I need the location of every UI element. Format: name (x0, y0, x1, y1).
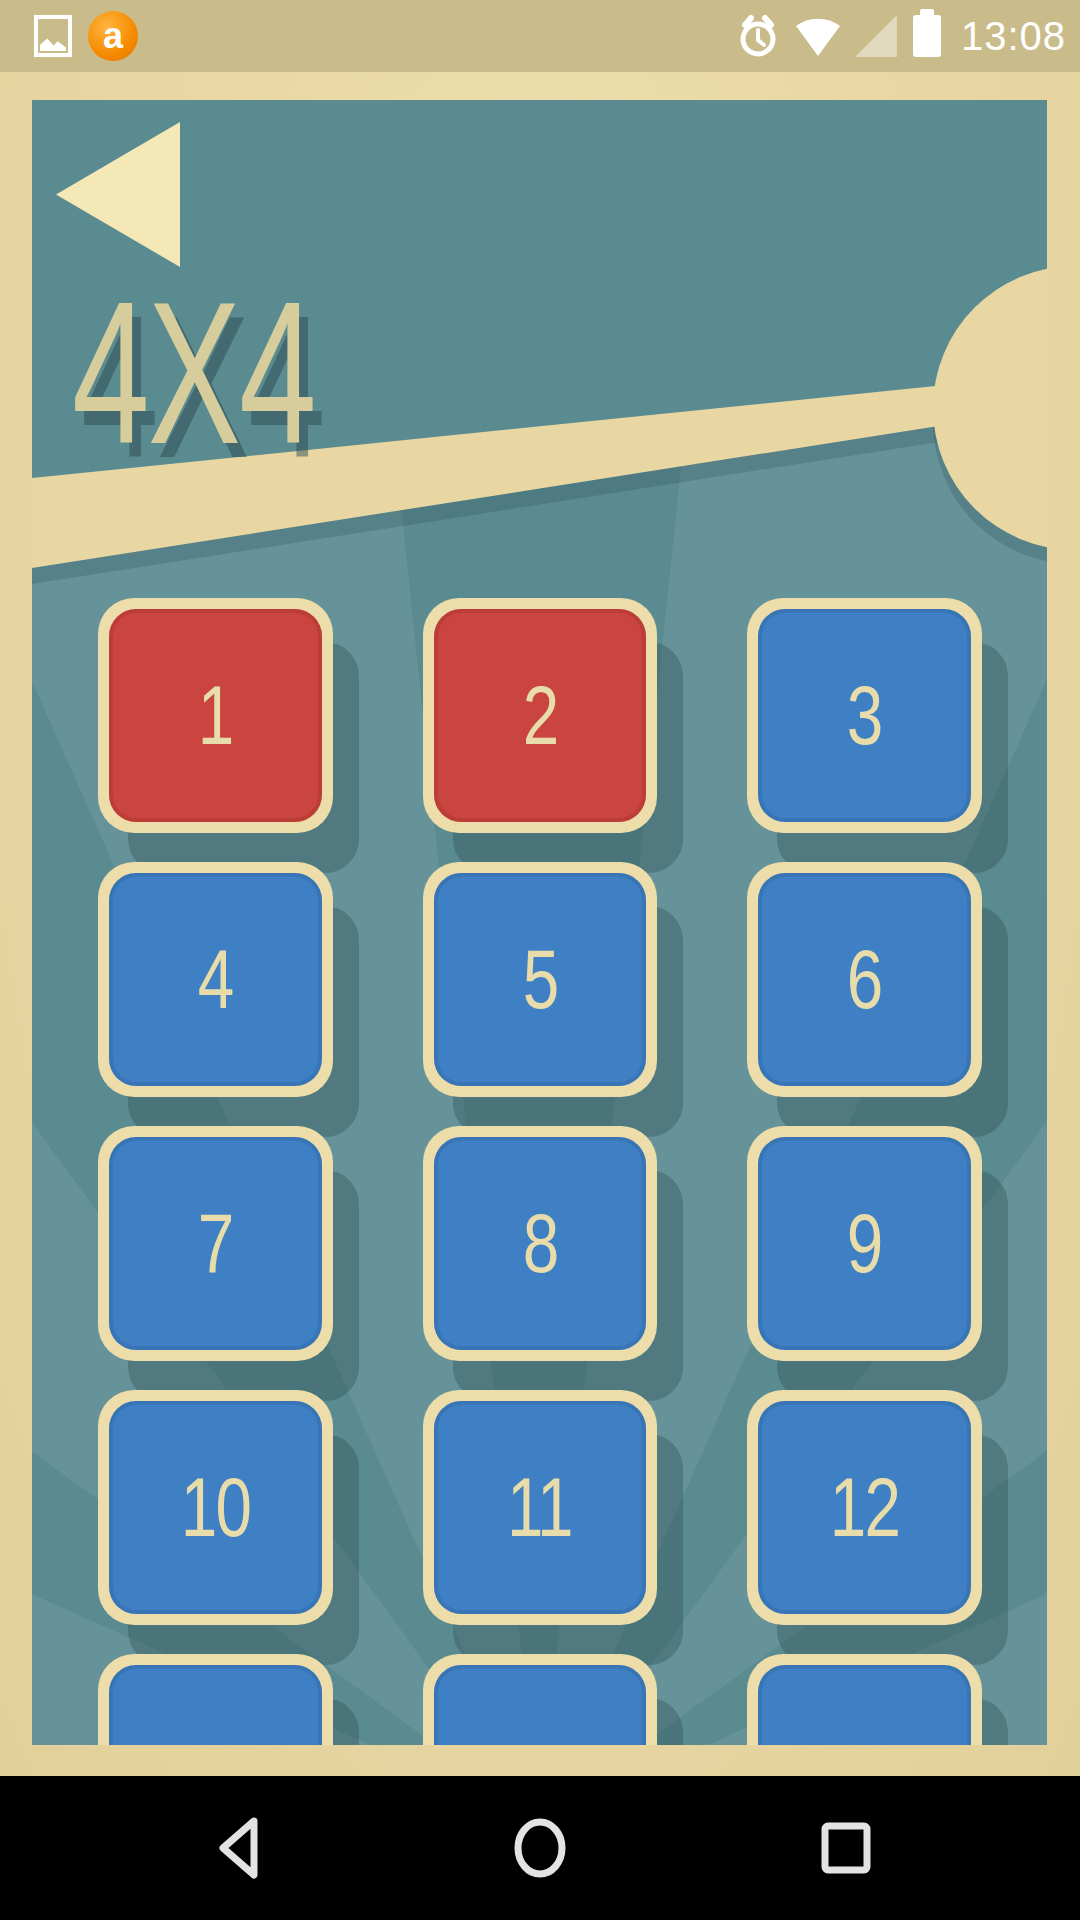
status-time: 13:08 (961, 14, 1066, 59)
recents-icon (815, 1815, 877, 1881)
android-nav-bar (0, 1776, 1080, 1920)
level-tile-face: 1 (109, 609, 322, 822)
level-tile-face: 8 (434, 1137, 647, 1350)
level-number: 7 (198, 1195, 233, 1292)
battery-full-icon (913, 15, 941, 57)
level-tile-face (758, 1665, 971, 1745)
app-icon-letter: a (103, 18, 123, 54)
level-tile-12[interactable]: 12 (747, 1390, 982, 1625)
level-tile-6[interactable]: 6 (747, 862, 982, 1097)
nav-home-button[interactable] (480, 1776, 600, 1920)
level-tile-face (109, 1665, 322, 1745)
level-number: 2 (523, 667, 558, 764)
level-tile-face: 2 (434, 609, 647, 822)
level-number: 9 (847, 1195, 882, 1292)
game-panel: 4X4 123456789101112 (32, 100, 1047, 1745)
level-tile-9[interactable]: 9 (747, 1126, 982, 1361)
level-tile-face: 3 (758, 609, 971, 822)
level-number: 3 (847, 667, 882, 764)
level-tile-face: 7 (109, 1137, 322, 1350)
level-tile-face: 9 (758, 1137, 971, 1350)
level-number: 10 (180, 1459, 250, 1556)
level-tile-7[interactable]: 7 (98, 1126, 333, 1361)
level-tile-face: 11 (434, 1401, 647, 1614)
level-tile-2[interactable]: 2 (423, 598, 658, 833)
paper-frame: 4X4 123456789101112 (0, 72, 1080, 1776)
level-tile-face: 4 (109, 873, 322, 1086)
level-tile-face: 5 (434, 873, 647, 1086)
level-number: 1 (198, 667, 233, 764)
nav-back-button[interactable] (180, 1776, 300, 1920)
level-number: 11 (508, 1459, 573, 1556)
alarm-icon (735, 11, 781, 61)
level-tile-face: 10 (109, 1401, 322, 1614)
level-tile-face: 12 (758, 1401, 971, 1614)
level-tile-4[interactable]: 4 (98, 862, 333, 1097)
level-tile-5[interactable]: 5 (423, 862, 658, 1097)
level-tile-15[interactable] (747, 1654, 982, 1745)
cell-signal-empty-icon (855, 15, 897, 57)
level-number: 8 (523, 1195, 558, 1292)
page-title: 4X4 (72, 258, 315, 489)
nav-recents-button[interactable] (786, 1776, 906, 1920)
level-tile-10[interactable]: 10 (98, 1390, 333, 1625)
wifi-full-icon (793, 13, 843, 59)
app-notification-icon: a (88, 11, 138, 61)
screenshot-image-icon (34, 15, 72, 57)
level-tile-face (434, 1665, 647, 1745)
level-number: 12 (830, 1459, 900, 1556)
level-tile-3[interactable]: 3 (747, 598, 982, 833)
level-tile-11[interactable]: 11 (423, 1390, 658, 1625)
level-number: 5 (523, 931, 558, 1028)
level-tile-face: 6 (758, 873, 971, 1086)
level-tile-14[interactable] (423, 1654, 658, 1745)
level-tile-13[interactable] (98, 1654, 333, 1745)
back-icon (209, 1815, 271, 1881)
level-grid: 123456789101112 (98, 598, 982, 1745)
level-number: 4 (198, 931, 233, 1028)
level-tile-8[interactable]: 8 (423, 1126, 658, 1361)
level-tile-1[interactable]: 1 (98, 598, 333, 833)
status-bar: a 13:08 (0, 0, 1080, 72)
home-icon (509, 1815, 571, 1881)
level-number: 6 (847, 931, 882, 1028)
